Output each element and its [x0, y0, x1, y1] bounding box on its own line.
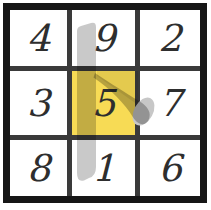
magic-square-board-screenshot: 4 9 2 3 5 7 8 1 6 [0, 0, 211, 210]
cell-r2c2[interactable]: 6 [140, 140, 200, 196]
cell-r0c2[interactable]: 2 [140, 10, 200, 66]
cell-r2c1[interactable]: 1 [72, 140, 135, 196]
cell-r0c1[interactable]: 9 [72, 10, 135, 66]
cell-r1c2[interactable]: 7 [140, 71, 200, 135]
cell-r0c0[interactable]: 4 [10, 10, 67, 66]
cell-r1c1-highlighted[interactable]: 5 [72, 71, 135, 135]
cell-r1c0[interactable]: 3 [10, 71, 67, 135]
cell-r2c0[interactable]: 8 [10, 140, 67, 196]
puzzle-grid: 4 9 2 3 5 7 8 1 6 [3, 3, 207, 203]
